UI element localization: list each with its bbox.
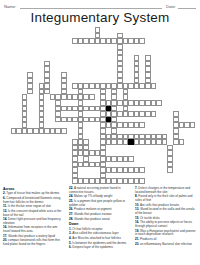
- clue-item: 12. Is the crescent shaped white area at…: [3, 210, 65, 217]
- clue-item: 6. Composed of keratinized filaments ris…: [3, 197, 65, 204]
- grid-cell[interactable]: [139, 167, 145, 173]
- clue-item: 6. Deepest layer of the epidermis: [69, 246, 131, 250]
- grid-cell[interactable]: [128, 156, 134, 162]
- clue-number: 6.: [69, 245, 72, 249]
- clue-number: 26.: [69, 207, 74, 211]
- clue-number: 21.: [135, 237, 140, 241]
- down-heading: Down: [69, 222, 131, 226]
- name-blank-line: [20, 4, 162, 9]
- clue-number: 7.: [135, 186, 138, 190]
- clue-number: 8.: [135, 194, 138, 198]
- grid-cell[interactable]: [139, 178, 145, 184]
- clue-number: 17.: [3, 234, 8, 238]
- grid-cell[interactable]: [156, 100, 162, 106]
- clue-item: 14. Detect light pressure and low freque…: [3, 218, 65, 225]
- clue-number: 3.: [69, 231, 72, 235]
- clue-number: 2.: [3, 191, 6, 195]
- clue-item: 16. The ability to perceive objects or f…: [135, 221, 197, 228]
- clue-column-2: 22. A natural occurring protein found in…: [69, 187, 131, 251]
- clue-item: 8. Found only in the thick skin of palms…: [135, 195, 197, 202]
- clue-item: 20. compact keratinized cells that form …: [3, 239, 65, 246]
- clue-number: 28.: [69, 217, 74, 221]
- clue-column-3: 7. Detect changes in the temperature and…: [135, 187, 197, 251]
- name-label: Name:: [4, 4, 16, 9]
- clue-number: 27.: [69, 212, 74, 216]
- clue-number: 22.: [69, 186, 74, 190]
- clue-item: 16. Information from receptors in the ar…: [3, 226, 65, 233]
- grid-cell[interactable]: [139, 38, 145, 44]
- clue-number: 4.: [69, 236, 72, 240]
- clue-number: 20.: [3, 238, 8, 242]
- clue-item: 22. A natural occurring protein found in…: [69, 187, 131, 194]
- worksheet-header: Name: Date:: [0, 0, 200, 9]
- clue-item: 25. Is a pigment that give people yellow…: [69, 200, 131, 207]
- clue-number: 13.: [135, 207, 140, 211]
- clue-number: 15.: [135, 216, 140, 220]
- grid-cell[interactable]: [190, 122, 196, 128]
- clue-item: 23. an inflammatory Bacterial skin infec…: [135, 243, 197, 247]
- clue-number: 16.: [3, 225, 8, 229]
- crossword-grid: [5, 27, 196, 184]
- clue-item: 28. Glands that produce sweat: [69, 218, 131, 222]
- clue-number: 23.: [135, 242, 140, 246]
- clue-number: 6.: [3, 196, 6, 200]
- clue-number: 16.: [135, 220, 140, 224]
- grid-cell[interactable]: [89, 94, 95, 100]
- grid-cell[interactable]: [27, 89, 33, 95]
- clue-number: 25.: [69, 199, 74, 203]
- clue-item: 7. Detect changes in the temperature and…: [135, 187, 197, 194]
- clue-number: 12.: [3, 209, 8, 213]
- clue-number: 14.: [3, 217, 8, 221]
- clue-item: 19. Was a Hungarian psychiatrist and pio…: [135, 230, 197, 237]
- page-title: Integumentary System: [0, 11, 200, 25]
- clue-number: 10.: [135, 203, 140, 207]
- grid-cell[interactable]: [179, 139, 185, 145]
- grid-cell[interactable]: [167, 167, 173, 173]
- clue-number: 5.: [69, 241, 72, 245]
- clue-number: 11.: [3, 204, 8, 208]
- clue-section: Across2. Type of tissue that makes up th…: [0, 187, 200, 251]
- grid-cell[interactable]: [61, 128, 67, 134]
- clue-number: 1.: [69, 227, 72, 231]
- clue-item: 4. Are Muscles attached to hair follicle…: [69, 237, 131, 241]
- clue-item: 21. Produces oil: [135, 238, 197, 242]
- date-blank-line: [178, 4, 196, 9]
- clue-column-1: Across2. Type of tissue that makes up th…: [3, 187, 65, 251]
- date-label: Date:: [166, 4, 176, 9]
- clue-item: 13. Gland located in the axilla and the …: [135, 208, 197, 215]
- clue-number: 19.: [135, 229, 140, 233]
- grid-cell[interactable]: [151, 83, 157, 89]
- clue-number: 24.: [69, 194, 74, 198]
- grid-cell[interactable]: [151, 111, 157, 117]
- grid-cell[interactable]: [139, 122, 145, 128]
